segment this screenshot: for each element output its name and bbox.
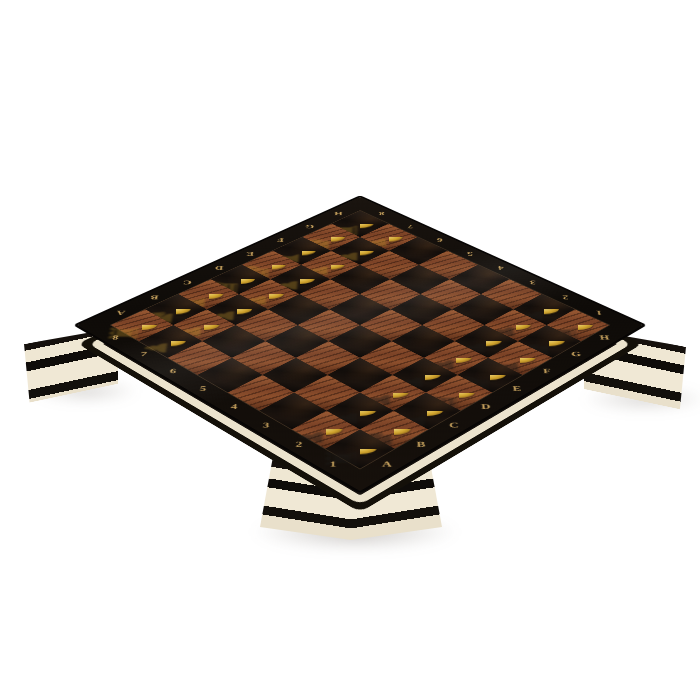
chess-set-photo: ♜♟♟♜♞♟♟♞♝♟♟♝♚♟♟♚♛♟♟♛♝♟♟♝♞♟♟♞♜♟♟♜ 8877665… — [0, 0, 700, 700]
rank-label-far-6: 6 — [419, 236, 460, 245]
rank-label-far-7: 7 — [390, 222, 431, 231]
rank-label-far-5: 5 — [449, 249, 491, 258]
rook-glyph: ♜ — [124, 287, 160, 327]
file-label-far-E: E — [240, 244, 261, 264]
scene: ♜♟♟♜♞♟♟♞♝♟♟♝♚♟♟♚♛♟♟♛♝♟♟♝♞♟♟♞♜♟♟♜ 8877665… — [0, 0, 700, 700]
rank-label-far-3: 3 — [511, 278, 555, 287]
file-label-far-H: H — [329, 205, 347, 223]
chess-board: ♜♟♟♜♞♟♟♞♝♟♟♝♚♟♟♚♛♟♟♛♝♟♟♝♞♟♟♞♜♟♟♜ 8877665… — [77, 197, 643, 491]
pawn-glyph: ♟ — [191, 297, 218, 327]
rank-label-far-4: 4 — [480, 263, 523, 272]
pawn-glyph: ♟ — [311, 399, 340, 432]
file-label-far-F: F — [270, 231, 290, 250]
file-label-far-G: G — [300, 217, 319, 236]
file-label-far-C: C — [176, 272, 199, 293]
pawn-glyph: ♟ — [157, 313, 184, 343]
rank-label-far-8: 8 — [362, 209, 402, 217]
rook-glyph: ♜ — [340, 407, 380, 451]
file-label-far-D: D — [208, 258, 230, 278]
